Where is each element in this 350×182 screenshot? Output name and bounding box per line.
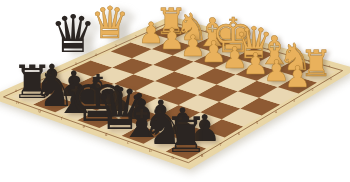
black-rook-a8: ♜ [164,106,208,164]
off-board-black-queen: ♛ [50,4,97,64]
chess-board-scene: aabbccddeeffgghh1122334455667788♜♛♞♟♝♟♚♛… [0,0,350,182]
rank-label: 2 [312,88,314,92]
rank-label: 3 [293,99,295,103]
rank-label: 2 [135,35,137,39]
chess-set-photo: aabbccddeeffgghh1122334455667788♜♛♞♟♝♟♚♛… [0,0,350,182]
camel-pawn-a2: ♟ [284,60,311,94]
